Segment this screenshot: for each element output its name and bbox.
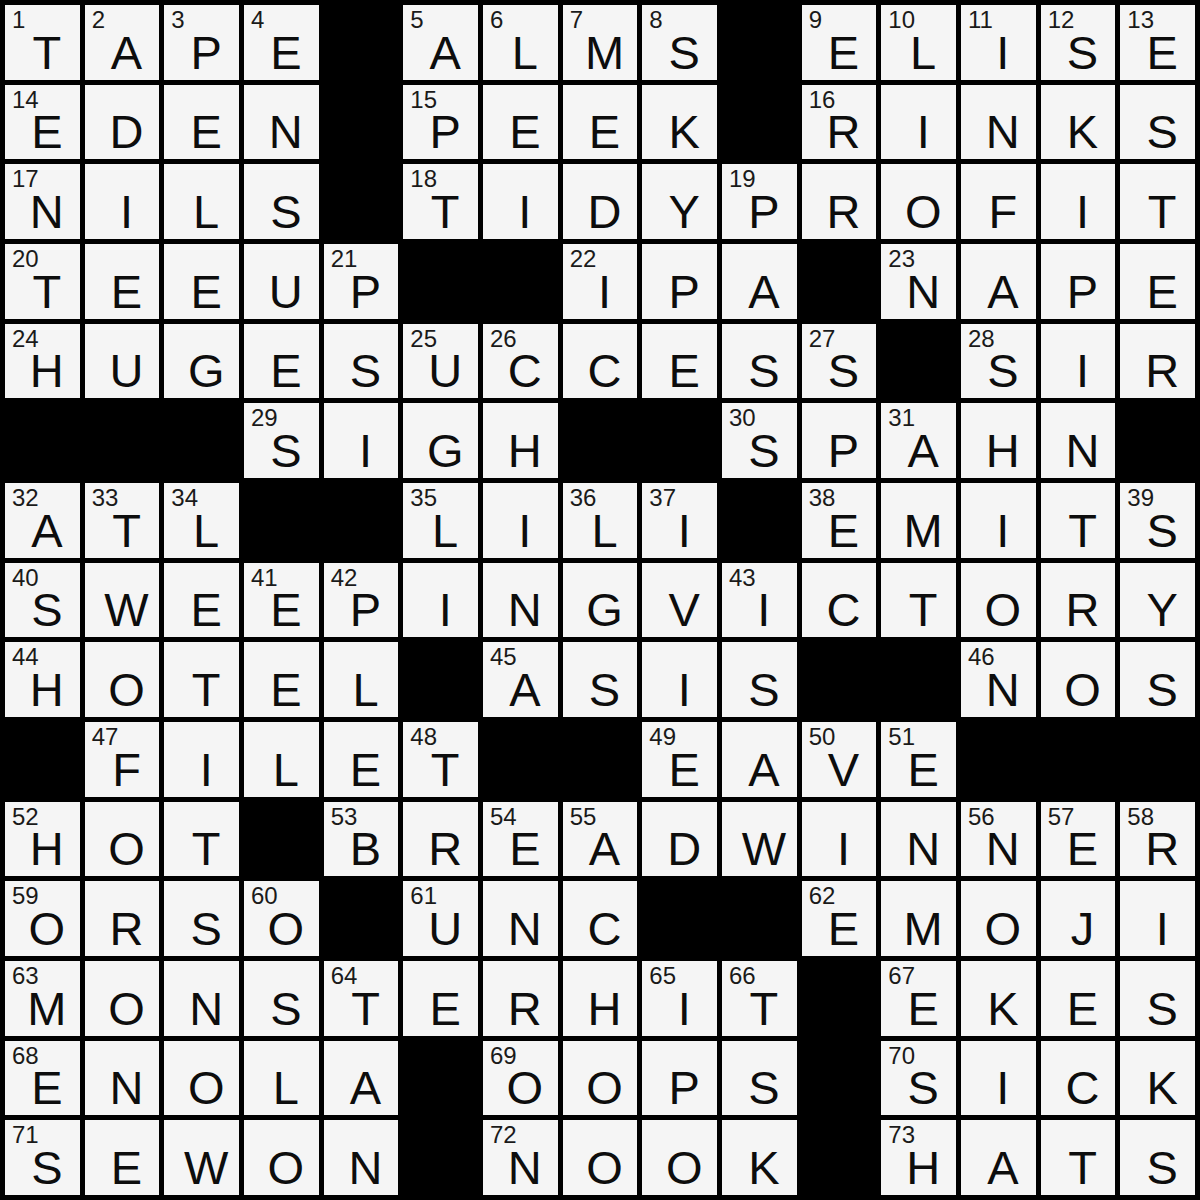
cell-letter: P: [324, 268, 399, 315]
cell-letter: I: [961, 29, 1036, 76]
cell-letter: M: [563, 29, 638, 76]
cell-letter: R: [802, 108, 877, 155]
letter-cell[interactable]: 18T: [403, 164, 478, 239]
letter-cell[interactable]: R: [483, 961, 558, 1036]
letter-cell[interactable]: N: [85, 1041, 160, 1116]
letter-cell[interactable]: I: [1120, 881, 1195, 956]
letter-cell[interactable]: 20T: [5, 244, 80, 319]
black-cell: [961, 722, 1036, 797]
letter-cell[interactable]: 50V: [802, 722, 877, 797]
letter-cell[interactable]: 2A: [85, 5, 160, 80]
letter-cell[interactable]: A: [961, 1120, 1036, 1195]
cell-letter: E: [164, 108, 239, 155]
cell-letter: A: [403, 29, 478, 76]
letter-cell[interactable]: P: [642, 244, 717, 319]
cell-letter: I: [642, 985, 717, 1032]
cell-letter: E: [642, 347, 717, 394]
cell-letter: E: [563, 108, 638, 155]
cell-letter: W: [722, 825, 797, 872]
cell-letter: R: [1041, 586, 1116, 633]
letter-cell[interactable]: O: [85, 961, 160, 1036]
letter-cell[interactable]: S: [324, 324, 399, 399]
cell-letter: E: [802, 29, 877, 76]
cell-letter: I: [85, 188, 160, 235]
letter-cell[interactable]: 55A: [563, 802, 638, 877]
letter-cell[interactable]: 72N: [483, 1120, 558, 1195]
cell-letter: I: [1041, 347, 1116, 394]
letter-cell[interactable]: 69O: [483, 1041, 558, 1116]
letter-cell[interactable]: 19P: [722, 164, 797, 239]
cell-letter: E: [85, 1144, 160, 1191]
letter-cell[interactable]: S: [244, 164, 319, 239]
black-cell: [483, 244, 558, 319]
letter-cell[interactable]: E: [1041, 961, 1116, 1036]
black-cell: [802, 1120, 877, 1195]
letter-cell[interactable]: T: [1120, 164, 1195, 239]
letter-cell[interactable]: 51E: [881, 722, 956, 797]
cell-letter: E: [1120, 29, 1195, 76]
letter-cell[interactable]: O: [961, 881, 1036, 956]
letter-cell[interactable]: R: [802, 164, 877, 239]
letter-cell[interactable]: D: [85, 85, 160, 160]
cell-letter: K: [722, 1144, 797, 1191]
cell-letter: D: [85, 108, 160, 155]
cell-letter: U: [85, 347, 160, 394]
letter-cell[interactable]: N: [881, 802, 956, 877]
letter-cell[interactable]: E: [85, 1120, 160, 1195]
letter-cell[interactable]: E: [244, 324, 319, 399]
letter-cell[interactable]: 48T: [403, 722, 478, 797]
cell-letter: E: [881, 985, 956, 1032]
letter-cell[interactable]: H: [961, 403, 1036, 478]
cell-letter: O: [1041, 666, 1116, 713]
letter-cell[interactable]: I: [642, 642, 717, 717]
letter-cell[interactable]: 4E: [244, 5, 319, 80]
black-cell: [324, 483, 399, 558]
letter-cell[interactable]: E: [403, 961, 478, 1036]
letter-cell[interactable]: 13E: [1120, 5, 1195, 80]
letter-cell[interactable]: E: [164, 563, 239, 638]
letter-cell[interactable]: 25U: [403, 324, 478, 399]
letter-cell[interactable]: Y: [1120, 563, 1195, 638]
cell-letter: E: [1120, 268, 1195, 315]
letter-cell[interactable]: S: [722, 1041, 797, 1116]
letter-cell[interactable]: C: [563, 881, 638, 956]
cell-letter: E: [244, 29, 319, 76]
letter-cell[interactable]: I: [403, 563, 478, 638]
letter-cell[interactable]: L: [244, 722, 319, 797]
letter-cell[interactable]: 31A: [881, 403, 956, 478]
letter-cell[interactable]: I: [881, 85, 956, 160]
cell-letter: A: [722, 746, 797, 793]
letter-cell[interactable]: S: [1120, 961, 1195, 1036]
letter-cell[interactable]: I: [85, 164, 160, 239]
letter-cell[interactable]: 16R: [802, 85, 877, 160]
cell-letter: E: [1041, 985, 1116, 1032]
letter-cell[interactable]: J: [1041, 881, 1116, 956]
cell-letter: S: [244, 985, 319, 1032]
cell-letter: L: [563, 507, 638, 554]
cell-letter: I: [722, 586, 797, 633]
letter-cell[interactable]: 59O: [5, 881, 80, 956]
letter-cell[interactable]: Y: [642, 164, 717, 239]
letter-cell[interactable]: 15P: [403, 85, 478, 160]
cell-letter: A: [961, 1144, 1036, 1191]
letter-cell[interactable]: N: [1041, 403, 1116, 478]
letter-cell[interactable]: H: [563, 961, 638, 1036]
letter-cell[interactable]: 66T: [722, 961, 797, 1036]
letter-cell[interactable]: N: [324, 1120, 399, 1195]
letter-cell[interactable]: 68E: [5, 1041, 80, 1116]
letter-cell[interactable]: E: [642, 324, 717, 399]
letter-cell[interactable]: O: [563, 1041, 638, 1116]
letter-cell[interactable]: 27S: [802, 324, 877, 399]
letter-cell[interactable]: T: [1041, 1120, 1116, 1195]
cell-letter: R: [85, 905, 160, 952]
cell-letter: K: [1120, 1064, 1195, 1111]
cell-letter: E: [164, 268, 239, 315]
letter-cell[interactable]: U: [85, 324, 160, 399]
letter-cell[interactable]: O: [961, 563, 1036, 638]
letter-cell[interactable]: 67E: [881, 961, 956, 1036]
letter-cell[interactable]: T: [164, 802, 239, 877]
letter-cell[interactable]: K: [1041, 85, 1116, 160]
letter-cell[interactable]: N: [244, 85, 319, 160]
letter-cell[interactable]: 56N: [961, 802, 1036, 877]
cell-letter: P: [642, 268, 717, 315]
cell-letter: E: [403, 985, 478, 1032]
black-cell: [324, 881, 399, 956]
letter-cell[interactable]: 8S: [642, 5, 717, 80]
letter-cell[interactable]: 1T: [5, 5, 80, 80]
letter-cell[interactable]: 40S: [5, 563, 80, 638]
letter-cell[interactable]: G: [403, 403, 478, 478]
letter-cell[interactable]: 61U: [403, 881, 478, 956]
letter-cell[interactable]: N: [164, 961, 239, 1036]
letter-cell[interactable]: E: [324, 722, 399, 797]
black-cell: [802, 244, 877, 319]
letter-cell[interactable]: I: [1041, 324, 1116, 399]
letter-cell[interactable]: 41E: [244, 563, 319, 638]
cell-letter: T: [5, 268, 80, 315]
letter-cell[interactable]: P: [642, 1041, 717, 1116]
letter-cell[interactable]: V: [642, 563, 717, 638]
letter-cell[interactable]: 11I: [961, 5, 1036, 80]
cell-letter: A: [722, 268, 797, 315]
cell-letter: P: [324, 586, 399, 633]
cell-letter: K: [961, 985, 1036, 1032]
letter-cell[interactable]: P: [1041, 244, 1116, 319]
letter-cell[interactable]: R: [403, 802, 478, 877]
letter-cell[interactable]: 3P: [164, 5, 239, 80]
cell-letter: O: [85, 825, 160, 872]
cell-letter: G: [164, 347, 239, 394]
cell-letter: E: [483, 825, 558, 872]
letter-cell[interactable]: S: [244, 961, 319, 1036]
black-cell: [642, 881, 717, 956]
cell-letter: O: [563, 1144, 638, 1191]
letter-cell[interactable]: A: [722, 244, 797, 319]
black-cell: [563, 722, 638, 797]
letter-cell[interactable]: S: [563, 642, 638, 717]
cell-letter: R: [1120, 825, 1195, 872]
letter-cell[interactable]: 22I: [563, 244, 638, 319]
letter-cell[interactable]: S: [722, 642, 797, 717]
letter-cell[interactable]: D: [642, 802, 717, 877]
letter-cell[interactable]: 44H: [5, 642, 80, 717]
cell-letter: A: [563, 825, 638, 872]
letter-cell[interactable]: 28S: [961, 324, 1036, 399]
cell-letter: T: [403, 188, 478, 235]
cell-letter: N: [961, 108, 1036, 155]
letter-cell[interactable]: 12S: [1041, 5, 1116, 80]
letter-cell[interactable]: O: [244, 1120, 319, 1195]
letter-cell[interactable]: 5A: [403, 5, 478, 80]
letter-cell[interactable]: P: [802, 403, 877, 478]
letter-cell[interactable]: 70S: [881, 1041, 956, 1116]
letter-cell[interactable]: 45A: [483, 642, 558, 717]
letter-cell[interactable]: 71S: [5, 1120, 80, 1195]
letter-cell[interactable]: 36L: [563, 483, 638, 558]
letter-cell[interactable]: R: [1041, 563, 1116, 638]
black-cell: [1041, 722, 1116, 797]
letter-cell[interactable]: N: [961, 85, 1036, 160]
letter-cell[interactable]: I: [961, 1041, 1036, 1116]
cell-letter: P: [403, 108, 478, 155]
letter-cell[interactable]: 62E: [802, 881, 877, 956]
cell-letter: N: [324, 1144, 399, 1191]
letter-cell[interactable]: 6L: [483, 5, 558, 80]
letter-cell[interactable]: L: [164, 164, 239, 239]
letter-cell[interactable]: S: [722, 324, 797, 399]
cell-letter: C: [483, 347, 558, 394]
cell-letter: I: [961, 1064, 1036, 1111]
letter-cell[interactable]: 9E: [802, 5, 877, 80]
letter-cell[interactable]: I: [164, 722, 239, 797]
letter-cell[interactable]: 17N: [5, 164, 80, 239]
letter-cell[interactable]: G: [563, 563, 638, 638]
cell-letter: L: [164, 507, 239, 554]
letter-cell[interactable]: A: [961, 244, 1036, 319]
letter-cell[interactable]: 29S: [244, 403, 319, 478]
cell-letter: A: [324, 1064, 399, 1111]
cell-letter: S: [642, 29, 717, 76]
cell-letter: G: [563, 586, 638, 633]
letter-cell[interactable]: U: [244, 244, 319, 319]
letter-cell[interactable]: C: [802, 563, 877, 638]
cell-letter: O: [244, 1144, 319, 1191]
letter-cell[interactable]: 26C: [483, 324, 558, 399]
cell-letter: S: [722, 427, 797, 474]
letter-cell[interactable]: O: [642, 1120, 717, 1195]
letter-cell[interactable]: W: [164, 1120, 239, 1195]
letter-cell[interactable]: I: [483, 483, 558, 558]
cell-letter: T: [881, 586, 956, 633]
cell-letter: E: [642, 746, 717, 793]
letter-cell[interactable]: K: [961, 961, 1036, 1036]
letter-cell[interactable]: 21P: [324, 244, 399, 319]
letter-cell[interactable]: F: [961, 164, 1036, 239]
letter-cell[interactable]: 60O: [244, 881, 319, 956]
letter-cell[interactable]: O: [1041, 642, 1116, 717]
letter-cell[interactable]: K: [642, 85, 717, 160]
letter-cell[interactable]: 10L: [881, 5, 956, 80]
cell-letter: R: [483, 985, 558, 1032]
letter-cell[interactable]: I: [802, 802, 877, 877]
letter-cell[interactable]: I: [483, 164, 558, 239]
cell-letter: S: [1120, 108, 1195, 155]
letter-cell[interactable]: E: [563, 85, 638, 160]
cell-letter: A: [85, 29, 160, 76]
cell-letter: O: [164, 1064, 239, 1111]
cell-letter: O: [483, 1064, 558, 1111]
letter-cell[interactable]: M: [881, 483, 956, 558]
letter-cell[interactable]: T: [1041, 483, 1116, 558]
letter-cell[interactable]: D: [563, 164, 638, 239]
letter-cell[interactable]: O: [85, 802, 160, 877]
letter-cell[interactable]: L: [324, 642, 399, 717]
letter-cell[interactable]: 64T: [324, 961, 399, 1036]
letter-cell[interactable]: 33T: [85, 483, 160, 558]
letter-cell[interactable]: 32A: [5, 483, 80, 558]
letter-cell[interactable]: 37I: [642, 483, 717, 558]
letter-cell[interactable]: 54E: [483, 802, 558, 877]
letter-cell[interactable]: T: [164, 642, 239, 717]
cell-letter: T: [1041, 1144, 1116, 1191]
letter-cell[interactable]: 42P: [324, 563, 399, 638]
cell-letter: I: [563, 268, 638, 315]
black-cell: [244, 483, 319, 558]
letter-cell[interactable]: W: [85, 563, 160, 638]
black-cell: [403, 244, 478, 319]
letter-cell[interactable]: 7M: [563, 5, 638, 80]
letter-cell[interactable]: 52H: [5, 802, 80, 877]
cell-letter: E: [164, 586, 239, 633]
letter-cell[interactable]: 24H: [5, 324, 80, 399]
letter-cell[interactable]: 65I: [642, 961, 717, 1036]
letter-cell[interactable]: E: [85, 244, 160, 319]
cell-letter: H: [961, 427, 1036, 474]
letter-cell[interactable]: O: [164, 1041, 239, 1116]
letter-cell[interactable]: C: [563, 324, 638, 399]
cell-letter: I: [961, 507, 1036, 554]
letter-cell[interactable]: S: [164, 881, 239, 956]
cell-letter: T: [164, 666, 239, 713]
letter-cell[interactable]: E: [483, 85, 558, 160]
letter-cell[interactable]: 14E: [5, 85, 80, 160]
cell-letter: P: [642, 1064, 717, 1111]
black-cell: [642, 403, 717, 478]
letter-cell[interactable]: H: [483, 403, 558, 478]
cell-letter: T: [1041, 507, 1116, 554]
cell-letter: S: [324, 347, 399, 394]
black-cell: [324, 164, 399, 239]
cell-letter: N: [881, 268, 956, 315]
cell-letter: A: [881, 427, 956, 474]
letter-cell[interactable]: K: [722, 1120, 797, 1195]
cell-letter: N: [5, 188, 80, 235]
letter-cell[interactable]: 57E: [1041, 802, 1116, 877]
cell-letter: S: [961, 347, 1036, 394]
cell-letter: N: [961, 666, 1036, 713]
letter-cell[interactable]: O: [563, 1120, 638, 1195]
letter-cell[interactable]: E: [1120, 244, 1195, 319]
cell-letter: P: [1041, 268, 1116, 315]
cell-letter: L: [403, 507, 478, 554]
letter-cell[interactable]: E: [164, 244, 239, 319]
letter-cell[interactable]: S: [1120, 642, 1195, 717]
cell-letter: C: [563, 347, 638, 394]
letter-cell[interactable]: 46N: [961, 642, 1036, 717]
letter-cell[interactable]: S: [1120, 85, 1195, 160]
cell-letter: F: [961, 188, 1036, 235]
letter-cell[interactable]: N: [483, 881, 558, 956]
cell-letter: S: [244, 188, 319, 235]
letter-cell[interactable]: I: [1041, 164, 1116, 239]
letter-cell[interactable]: A: [324, 1041, 399, 1116]
letter-cell[interactable]: 49E: [642, 722, 717, 797]
letter-cell[interactable]: R: [1120, 324, 1195, 399]
letter-cell[interactable]: O: [85, 642, 160, 717]
letter-cell[interactable]: 35L: [403, 483, 478, 558]
letter-cell[interactable]: 38E: [802, 483, 877, 558]
letter-cell[interactable]: 43I: [722, 563, 797, 638]
black-cell: [563, 403, 638, 478]
letter-cell[interactable]: 30S: [722, 403, 797, 478]
cell-letter: H: [483, 427, 558, 474]
cell-letter: O: [563, 1064, 638, 1111]
cell-letter: L: [164, 188, 239, 235]
letter-cell[interactable]: K: [1120, 1041, 1195, 1116]
letter-cell[interactable]: 63M: [5, 961, 80, 1036]
cell-letter: S: [881, 1064, 956, 1111]
letter-cell[interactable]: T: [881, 563, 956, 638]
letter-cell[interactable]: M: [881, 881, 956, 956]
letter-cell[interactable]: 23N: [881, 244, 956, 319]
cell-letter: L: [244, 1064, 319, 1111]
letter-cell[interactable]: 58R: [1120, 802, 1195, 877]
cell-letter: E: [802, 507, 877, 554]
cell-letter: T: [722, 985, 797, 1032]
black-cell: [1120, 722, 1195, 797]
letter-cell[interactable]: C: [1041, 1041, 1116, 1116]
letter-cell[interactable]: E: [164, 85, 239, 160]
letter-cell[interactable]: G: [164, 324, 239, 399]
letter-cell[interactable]: O: [881, 164, 956, 239]
letter-cell[interactable]: I: [324, 403, 399, 478]
letter-cell[interactable]: L: [244, 1041, 319, 1116]
letter-cell[interactable]: S: [1120, 1120, 1195, 1195]
letter-cell[interactable]: 34L: [164, 483, 239, 558]
cell-letter: I: [483, 188, 558, 235]
letter-cell[interactable]: 53B: [324, 802, 399, 877]
letter-cell[interactable]: A: [722, 722, 797, 797]
letter-cell[interactable]: E: [244, 642, 319, 717]
cell-letter: E: [881, 746, 956, 793]
letter-cell[interactable]: 47F: [85, 722, 160, 797]
black-cell: [722, 85, 797, 160]
letter-cell[interactable]: 73H: [881, 1120, 956, 1195]
letter-cell[interactable]: R: [85, 881, 160, 956]
letter-cell[interactable]: 39S: [1120, 483, 1195, 558]
letter-cell[interactable]: W: [722, 802, 797, 877]
black-cell: [722, 483, 797, 558]
letter-cell[interactable]: I: [961, 483, 1036, 558]
cell-letter: N: [1041, 427, 1116, 474]
cell-letter: P: [164, 29, 239, 76]
letter-cell[interactable]: N: [483, 563, 558, 638]
cell-letter: I: [881, 108, 956, 155]
